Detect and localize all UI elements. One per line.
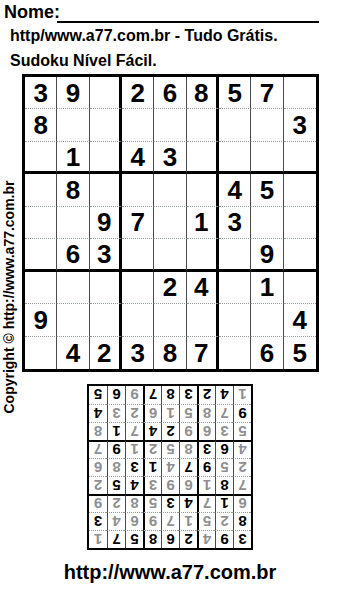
answer-cell-r3c4: 4: [179, 494, 197, 512]
cell-r1c5: 6: [154, 77, 186, 109]
answer-cell-r2c3: 5: [197, 512, 215, 530]
answer-cell-r3c5: 3: [161, 494, 179, 512]
cell-r5c6: 1: [187, 207, 219, 239]
cell-r1c1: 3: [25, 77, 57, 109]
cell-r8c5[interactable]: [154, 304, 186, 336]
answer-cell-r1c4: 2: [179, 530, 197, 548]
answer-cell-r6c4: 8: [179, 440, 197, 458]
answer-cell-r2c9: 3: [89, 512, 107, 530]
cell-r8c2[interactable]: [57, 304, 89, 336]
answer-cell-r7c1: 5: [233, 422, 251, 440]
cell-r1c8: 7: [251, 77, 283, 109]
cell-r1c9[interactable]: [284, 77, 316, 109]
site-tagline: http/www.a77.com.br - Tudo Grátis.: [10, 27, 278, 45]
cell-r8c4[interactable]: [122, 304, 154, 336]
answer-cell-r7c6: 4: [143, 422, 161, 440]
answer-cell-r5c1: 2: [233, 458, 251, 476]
cell-r4c2: 8: [57, 174, 89, 206]
cell-r1c7: 5: [219, 77, 251, 109]
cell-r6c1[interactable]: [25, 239, 57, 271]
cell-r2c1: 8: [25, 109, 57, 141]
cell-r9c7[interactable]: [219, 337, 251, 369]
cell-r7c7[interactable]: [219, 272, 251, 304]
cell-r9c1[interactable]: [25, 337, 57, 369]
cell-r7c4[interactable]: [122, 272, 154, 304]
answer-cell-r9c9: 5: [89, 386, 107, 404]
answer-cell-r9c2: 4: [215, 386, 233, 404]
answer-cell-r7c2: 3: [215, 422, 233, 440]
puzzle-title: Sudoku Nível Fácil.: [10, 52, 157, 70]
answer-cell-r6c6: 2: [143, 440, 161, 458]
answer-cell-r8c6: 6: [143, 404, 161, 422]
answer-cell-r4c6: 3: [143, 476, 161, 494]
answer-cell-r5c7: 3: [125, 458, 143, 476]
cell-r6c3: 3: [90, 239, 122, 271]
cell-r3c6[interactable]: [187, 142, 219, 174]
answer-cell-r2c6: 9: [143, 512, 161, 530]
answer-cell-r8c7: 2: [125, 404, 143, 422]
cell-r5c5[interactable]: [154, 207, 186, 239]
cell-r3c2: 1: [57, 142, 89, 174]
answer-cell-r7c8: 1: [107, 422, 125, 440]
answer-cell-r8c5: 1: [161, 404, 179, 422]
cell-r9c3: 2: [90, 337, 122, 369]
answer-cell-r9c1: 1: [233, 386, 251, 404]
cell-r5c9[interactable]: [284, 207, 316, 239]
cell-r6c7[interactable]: [219, 239, 251, 271]
cell-r6c8: 9: [251, 239, 283, 271]
cell-r8c8[interactable]: [251, 304, 283, 336]
name-label: Nome:: [4, 2, 60, 23]
answer-cell-r4c9: 2: [89, 476, 107, 494]
footer-url: http://www.a77.com.br: [0, 561, 340, 584]
answer-cell-r1c2: 9: [215, 530, 233, 548]
answer-cell-r5c6: 1: [143, 458, 161, 476]
cell-r1c4: 2: [122, 77, 154, 109]
answer-cell-r9c4: 3: [179, 386, 197, 404]
answer-cell-r9c6: 7: [143, 386, 161, 404]
cell-r3c9[interactable]: [284, 142, 316, 174]
cell-r4c7: 4: [219, 174, 251, 206]
cell-r4c9[interactable]: [284, 174, 316, 206]
cell-r7c8: 1: [251, 272, 283, 304]
answer-cell-r1c8: 7: [107, 530, 125, 548]
cell-r7c9[interactable]: [284, 272, 316, 304]
answer-cell-r3c8: 2: [107, 494, 125, 512]
cell-r8c3[interactable]: [90, 304, 122, 336]
answer-grid-rotated: 3942685718251796436174358297816934522597…: [87, 384, 253, 550]
name-underline[interactable]: [57, 3, 319, 23]
answer-cell-r7c5: 2: [161, 422, 179, 440]
cell-r6c4[interactable]: [122, 239, 154, 271]
cell-r6c9[interactable]: [284, 239, 316, 271]
answer-cell-r6c1: 4: [233, 440, 251, 458]
answer-cell-r2c4: 1: [179, 512, 197, 530]
cell-r2c3[interactable]: [90, 109, 122, 141]
cell-r9c4: 3: [122, 337, 154, 369]
answer-cell-r8c4: 5: [179, 404, 197, 422]
cell-r7c1[interactable]: [25, 272, 57, 304]
sudoku-grid[interactable]: 3926857831438459713639241944238765: [22, 74, 319, 372]
cell-r2c8[interactable]: [251, 109, 283, 141]
cell-r5c1[interactable]: [25, 207, 57, 239]
cell-r7c6: 4: [187, 272, 219, 304]
answer-cell-r5c8: 8: [107, 458, 125, 476]
cell-r4c5[interactable]: [154, 174, 186, 206]
answer-cell-r1c9: 1: [89, 530, 107, 548]
answer-cell-r2c8: 4: [107, 512, 125, 530]
answer-cell-r2c5: 7: [161, 512, 179, 530]
answer-cell-r9c8: 6: [107, 386, 125, 404]
cell-r3c7[interactable]: [219, 142, 251, 174]
answer-cell-r8c3: 8: [197, 404, 215, 422]
answer-cell-r5c4: 7: [179, 458, 197, 476]
answer-cell-r6c2: 6: [215, 440, 233, 458]
cell-r1c3[interactable]: [90, 77, 122, 109]
answer-cell-r4c3: 1: [197, 476, 215, 494]
cell-r1c2: 9: [57, 77, 89, 109]
cell-r9c6: 7: [187, 337, 219, 369]
answer-cell-r2c2: 2: [215, 512, 233, 530]
cell-r9c8: 6: [251, 337, 283, 369]
cell-r7c5: 2: [154, 272, 186, 304]
answer-cell-r1c3: 4: [197, 530, 215, 548]
answer-cell-r1c7: 5: [125, 530, 143, 548]
cell-r2c2[interactable]: [57, 109, 89, 141]
cell-r3c3[interactable]: [90, 142, 122, 174]
answer-cell-r5c2: 5: [215, 458, 233, 476]
answer-cell-r6c9: 7: [89, 440, 107, 458]
cell-r6c6[interactable]: [187, 239, 219, 271]
answer-cell-r6c5: 5: [161, 440, 179, 458]
cell-r5c7: 3: [219, 207, 251, 239]
answer-cell-r2c7: 6: [125, 512, 143, 530]
answer-cell-r6c3: 3: [197, 440, 215, 458]
answer-cell-r8c1: 9: [233, 404, 251, 422]
answer-cell-r8c8: 3: [107, 404, 125, 422]
cell-r2c5[interactable]: [154, 109, 186, 141]
answer-cell-r3c9: 9: [89, 494, 107, 512]
cell-r4c6[interactable]: [187, 174, 219, 206]
cell-r5c3: 9: [90, 207, 122, 239]
cell-r8c9: 4: [284, 304, 316, 336]
answer-cell-r3c7: 8: [125, 494, 143, 512]
answer-cell-r1c1: 3: [233, 530, 251, 548]
answer-cell-r6c7: 1: [125, 440, 143, 458]
cell-r8c7[interactable]: [219, 304, 251, 336]
cell-r2c7[interactable]: [219, 109, 251, 141]
cell-r5c2[interactable]: [57, 207, 89, 239]
answer-cell-r4c2: 8: [215, 476, 233, 494]
answer-cell-r9c3: 2: [197, 386, 215, 404]
cell-r5c4: 7: [122, 207, 154, 239]
cell-r2c9: 3: [284, 109, 316, 141]
answer-cell-r3c3: 7: [197, 494, 215, 512]
answer-cell-r3c2: 1: [215, 494, 233, 512]
answer-cell-r3c6: 5: [143, 494, 161, 512]
answer-cell-r4c4: 6: [179, 476, 197, 494]
answer-cell-r9c5: 8: [161, 386, 179, 404]
answer-cell-r4c7: 4: [125, 476, 143, 494]
cell-r3c1[interactable]: [25, 142, 57, 174]
cell-r6c2: 6: [57, 239, 89, 271]
answer-cell-r8c9: 4: [89, 404, 107, 422]
cell-r2c6[interactable]: [187, 109, 219, 141]
answer-cell-r5c9: 6: [89, 458, 107, 476]
copyright-vertical-text: Copyright © http://www.a77.com.br: [0, 132, 18, 462]
cell-r4c8: 5: [251, 174, 283, 206]
answer-cell-r7c4: 9: [179, 422, 197, 440]
answer-cell-r8c2: 7: [215, 404, 233, 422]
cell-r9c9: 5: [284, 337, 316, 369]
cell-r9c2: 4: [57, 337, 89, 369]
answer-cell-r1c6: 8: [143, 530, 161, 548]
answer-cell-r3c1: 6: [233, 494, 251, 512]
answer-cell-r1c5: 6: [161, 530, 179, 548]
answer-cell-r7c7: 7: [125, 422, 143, 440]
cell-r3c5: 3: [154, 142, 186, 174]
cell-r4c4[interactable]: [122, 174, 154, 206]
cell-r9c5: 8: [154, 337, 186, 369]
cell-r5c8[interactable]: [251, 207, 283, 239]
cell-r3c4: 4: [122, 142, 154, 174]
answer-cell-r5c5: 4: [161, 458, 179, 476]
answer-cell-r7c9: 8: [89, 422, 107, 440]
cell-r8c1: 9: [25, 304, 57, 336]
cell-r2c4[interactable]: [122, 109, 154, 141]
cell-r6c5[interactable]: [154, 239, 186, 271]
cell-r3c8[interactable]: [251, 142, 283, 174]
cell-r4c1[interactable]: [25, 174, 57, 206]
answer-cell-r5c3: 9: [197, 458, 215, 476]
answer-cell-r7c3: 6: [197, 422, 215, 440]
answer-cell-r2c1: 8: [233, 512, 251, 530]
cell-r4c3[interactable]: [90, 174, 122, 206]
cell-r8c6[interactable]: [187, 304, 219, 336]
answer-cell-r9c7: 9: [125, 386, 143, 404]
cell-r7c2[interactable]: [57, 272, 89, 304]
answer-cell-r4c8: 5: [107, 476, 125, 494]
answer-cell-r6c8: 9: [107, 440, 125, 458]
cell-r7c3[interactable]: [90, 272, 122, 304]
answer-cell-r4c1: 7: [233, 476, 251, 494]
answer-cell-r4c5: 9: [161, 476, 179, 494]
cell-r1c6: 8: [187, 77, 219, 109]
